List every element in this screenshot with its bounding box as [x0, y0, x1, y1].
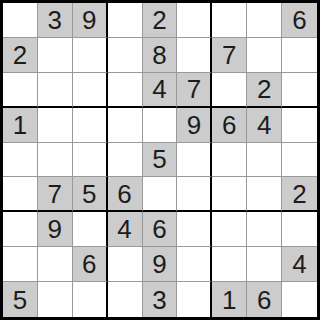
sudoku-cell-r5c2[interactable]: [38, 143, 73, 178]
sudoku-cell-r7c7[interactable]: [212, 212, 247, 247]
sudoku-cell-r3c9[interactable]: [282, 73, 317, 108]
sudoku-cell-r5c5: 5: [143, 143, 178, 178]
sudoku-cell-r2c4[interactable]: [108, 38, 143, 73]
sudoku-board: 39262874721964575629466945316: [0, 0, 320, 320]
sudoku-cell-r8c5: 9: [143, 247, 178, 282]
sudoku-cell-r5c1[interactable]: [3, 143, 38, 178]
sudoku-cell-r2c1: 2: [3, 38, 38, 73]
sudoku-cell-r4c8: 4: [247, 108, 282, 143]
sudoku-cell-r8c4[interactable]: [108, 247, 143, 282]
sudoku-cell-r1c3: 9: [73, 3, 108, 38]
sudoku-cell-r4c7: 6: [212, 108, 247, 143]
sudoku-cell-r1c8[interactable]: [247, 3, 282, 38]
sudoku-cell-r7c4: 4: [108, 212, 143, 247]
sudoku-cell-r7c8[interactable]: [247, 212, 282, 247]
sudoku-cell-r5c9[interactable]: [282, 143, 317, 178]
sudoku-cell-r1c4[interactable]: [108, 3, 143, 38]
sudoku-cell-r7c9[interactable]: [282, 212, 317, 247]
sudoku-cell-r4c1: 1: [3, 108, 38, 143]
sudoku-cell-r3c6: 7: [177, 73, 212, 108]
sudoku-cell-r9c5: 3: [143, 282, 178, 317]
sudoku-cell-r2c9[interactable]: [282, 38, 317, 73]
sudoku-cell-r6c7[interactable]: [212, 177, 247, 212]
sudoku-cell-r2c8[interactable]: [247, 38, 282, 73]
sudoku-cell-r9c7: 1: [212, 282, 247, 317]
sudoku-cell-r2c5: 8: [143, 38, 178, 73]
sudoku-cell-r4c9[interactable]: [282, 108, 317, 143]
sudoku-cell-r6c6[interactable]: [177, 177, 212, 212]
sudoku-cell-r4c4[interactable]: [108, 108, 143, 143]
sudoku-cell-r6c2: 7: [38, 177, 73, 212]
sudoku-cell-r5c4[interactable]: [108, 143, 143, 178]
sudoku-cell-r9c9[interactable]: [282, 282, 317, 317]
sudoku-cell-r5c6[interactable]: [177, 143, 212, 178]
sudoku-cell-r9c6[interactable]: [177, 282, 212, 317]
sudoku-cell-r5c7[interactable]: [212, 143, 247, 178]
sudoku-cell-r2c7: 7: [212, 38, 247, 73]
sudoku-cell-r1c9: 6: [282, 3, 317, 38]
sudoku-cell-r1c2: 3: [38, 3, 73, 38]
sudoku-cell-r9c4[interactable]: [108, 282, 143, 317]
sudoku-cell-r3c4[interactable]: [108, 73, 143, 108]
sudoku-cell-r1c7[interactable]: [212, 3, 247, 38]
sudoku-cell-r3c5: 4: [143, 73, 178, 108]
sudoku-cell-r9c8: 6: [247, 282, 282, 317]
sudoku-cell-r6c8[interactable]: [247, 177, 282, 212]
sudoku-cell-r6c3: 5: [73, 177, 108, 212]
sudoku-cell-r3c8: 2: [247, 73, 282, 108]
sudoku-cell-r7c2: 9: [38, 212, 73, 247]
sudoku-cell-r1c5: 2: [143, 3, 178, 38]
sudoku-cell-r3c7[interactable]: [212, 73, 247, 108]
sudoku-cell-r3c2[interactable]: [38, 73, 73, 108]
sudoku-cell-r8c7[interactable]: [212, 247, 247, 282]
sudoku-cell-r2c3[interactable]: [73, 38, 108, 73]
sudoku-cell-r8c3: 6: [73, 247, 108, 282]
sudoku-cell-r2c2[interactable]: [38, 38, 73, 73]
sudoku-cell-r7c1[interactable]: [3, 212, 38, 247]
sudoku-cell-r7c3[interactable]: [73, 212, 108, 247]
sudoku-cell-r5c8[interactable]: [247, 143, 282, 178]
sudoku-cell-r8c8[interactable]: [247, 247, 282, 282]
sudoku-cell-r4c5[interactable]: [143, 108, 178, 143]
sudoku-cell-r9c2[interactable]: [38, 282, 73, 317]
sudoku-cell-r4c3[interactable]: [73, 108, 108, 143]
sudoku-cell-r1c6[interactable]: [177, 3, 212, 38]
sudoku-cell-r6c5[interactable]: [143, 177, 178, 212]
sudoku-cell-r5c3[interactable]: [73, 143, 108, 178]
sudoku-cell-r2c6[interactable]: [177, 38, 212, 73]
sudoku-cell-r9c1: 5: [3, 282, 38, 317]
sudoku-cell-r8c6[interactable]: [177, 247, 212, 282]
sudoku-cell-r7c6[interactable]: [177, 212, 212, 247]
sudoku-cell-r3c3[interactable]: [73, 73, 108, 108]
sudoku-cell-r4c2[interactable]: [38, 108, 73, 143]
sudoku-cell-r4c6: 9: [177, 108, 212, 143]
sudoku-cell-r8c2[interactable]: [38, 247, 73, 282]
sudoku-cell-r3c1[interactable]: [3, 73, 38, 108]
sudoku-cell-r6c1[interactable]: [3, 177, 38, 212]
sudoku-cell-r6c4: 6: [108, 177, 143, 212]
sudoku-cell-r8c9: 4: [282, 247, 317, 282]
sudoku-cell-r8c1[interactable]: [3, 247, 38, 282]
sudoku-cell-r1c1[interactable]: [3, 3, 38, 38]
sudoku-cell-r6c9: 2: [282, 177, 317, 212]
sudoku-cell-r9c3[interactable]: [73, 282, 108, 317]
sudoku-cell-r7c5: 6: [143, 212, 178, 247]
